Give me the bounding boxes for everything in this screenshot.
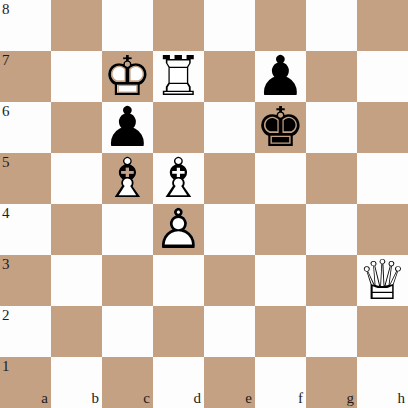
square-e3[interactable] <box>204 255 255 306</box>
square-b3[interactable] <box>51 255 102 306</box>
square-f6[interactable]: ♚ <box>255 102 306 153</box>
square-h2[interactable] <box>357 306 408 357</box>
square-h8[interactable] <box>357 0 408 51</box>
square-c4[interactable] <box>102 204 153 255</box>
file-label-g: g <box>347 391 355 406</box>
rank-label-1: 1 <box>2 359 10 374</box>
square-c1[interactable]: c <box>102 357 153 408</box>
piece-outline-glyph: ♕ <box>357 255 408 306</box>
rank-label-6: 6 <box>2 104 10 119</box>
white-pawn-d4[interactable]: ♟♙ <box>153 204 204 255</box>
file-label-b: b <box>92 391 100 406</box>
square-b8[interactable] <box>51 0 102 51</box>
square-e6[interactable] <box>204 102 255 153</box>
rank-label-8: 8 <box>2 2 10 17</box>
square-a6[interactable]: 6 <box>0 102 51 153</box>
file-label-e: e <box>245 391 252 406</box>
black-king-f6[interactable]: ♚ <box>255 102 306 153</box>
square-b5[interactable] <box>51 153 102 204</box>
square-g6[interactable] <box>306 102 357 153</box>
square-b1[interactable]: b <box>51 357 102 408</box>
square-g4[interactable] <box>306 204 357 255</box>
square-e7[interactable] <box>204 51 255 102</box>
square-a1[interactable]: 1a <box>0 357 51 408</box>
rank-label-3: 3 <box>2 257 10 272</box>
square-a5[interactable]: 5 <box>0 153 51 204</box>
square-f1[interactable]: f <box>255 357 306 408</box>
square-b6[interactable] <box>51 102 102 153</box>
square-d3[interactable] <box>153 255 204 306</box>
square-d4[interactable]: ♟♙ <box>153 204 204 255</box>
piece-outline-glyph: ♖ <box>153 51 204 102</box>
square-g7[interactable] <box>306 51 357 102</box>
file-label-c: c <box>143 391 150 406</box>
file-label-f: f <box>298 391 303 406</box>
square-e2[interactable] <box>204 306 255 357</box>
square-h3[interactable]: ♛♕ <box>357 255 408 306</box>
square-f5[interactable] <box>255 153 306 204</box>
square-d7[interactable]: ♜♖ <box>153 51 204 102</box>
square-f4[interactable] <box>255 204 306 255</box>
square-e1[interactable]: e <box>204 357 255 408</box>
square-h5[interactable] <box>357 153 408 204</box>
square-c2[interactable] <box>102 306 153 357</box>
square-g3[interactable] <box>306 255 357 306</box>
square-h7[interactable] <box>357 51 408 102</box>
square-g2[interactable] <box>306 306 357 357</box>
square-d1[interactable]: d <box>153 357 204 408</box>
square-f3[interactable] <box>255 255 306 306</box>
square-e8[interactable] <box>204 0 255 51</box>
square-a4[interactable]: 4 <box>0 204 51 255</box>
white-rook-d7[interactable]: ♜♖ <box>153 51 204 102</box>
square-g5[interactable] <box>306 153 357 204</box>
white-bishop-c5[interactable]: ♝♗ <box>102 153 153 204</box>
square-a3[interactable]: 3 <box>0 255 51 306</box>
square-g1[interactable]: g <box>306 357 357 408</box>
rank-label-4: 4 <box>2 206 10 221</box>
square-a2[interactable]: 2 <box>0 306 51 357</box>
square-c3[interactable] <box>102 255 153 306</box>
square-c5[interactable]: ♝♗ <box>102 153 153 204</box>
square-e4[interactable] <box>204 204 255 255</box>
piece-outline-glyph: ♗ <box>102 153 153 204</box>
rank-label-7: 7 <box>2 53 10 68</box>
file-label-a: a <box>41 391 48 406</box>
chess-board: 87♚♔♜♖♟6♟♚5♝♗♝♗4♟♙3♛♕21abcdefgh <box>0 0 408 408</box>
square-a8[interactable]: 8 <box>0 0 51 51</box>
square-h1[interactable]: h <box>357 357 408 408</box>
rank-label-2: 2 <box>2 308 10 323</box>
square-h6[interactable] <box>357 102 408 153</box>
square-b7[interactable] <box>51 51 102 102</box>
square-a7[interactable]: 7 <box>0 51 51 102</box>
file-label-h: h <box>398 391 406 406</box>
piece-solid-glyph: ♚ <box>255 102 306 153</box>
white-queen-h3[interactable]: ♛♕ <box>357 255 408 306</box>
rank-label-5: 5 <box>2 155 10 170</box>
square-b4[interactable] <box>51 204 102 255</box>
square-b2[interactable] <box>51 306 102 357</box>
square-f2[interactable] <box>255 306 306 357</box>
square-e5[interactable] <box>204 153 255 204</box>
square-g8[interactable] <box>306 0 357 51</box>
piece-outline-glyph: ♙ <box>153 204 204 255</box>
square-d2[interactable] <box>153 306 204 357</box>
file-label-d: d <box>194 391 202 406</box>
